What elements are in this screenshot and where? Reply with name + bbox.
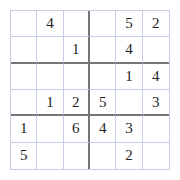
cell-r4c2[interactable]: 1 bbox=[37, 90, 63, 116]
cell-r5c5[interactable]: 3 bbox=[116, 116, 142, 142]
cell-r2c5[interactable]: 4 bbox=[116, 37, 142, 63]
cell-r2c4[interactable] bbox=[90, 37, 116, 63]
cell-r3c6[interactable]: 4 bbox=[143, 64, 169, 90]
sudoku-screenshot: 4 5 2 1 4 1 4 1 2 5 3 1 6 4 3 5 2 bbox=[0, 0, 180, 180]
cell-r4c3[interactable]: 2 bbox=[64, 90, 90, 116]
cell-r6c2[interactable] bbox=[37, 143, 63, 169]
cell-r1c1[interactable] bbox=[11, 11, 37, 37]
cell-r4c1[interactable] bbox=[11, 90, 37, 116]
cell-r2c3[interactable]: 1 bbox=[64, 37, 90, 63]
cell-r6c5[interactable]: 2 bbox=[116, 143, 142, 169]
cell-r5c3[interactable]: 6 bbox=[64, 116, 90, 142]
cell-r6c1[interactable]: 5 bbox=[11, 143, 37, 169]
cell-r4c5[interactable] bbox=[116, 90, 142, 116]
cell-r1c4[interactable] bbox=[90, 11, 116, 37]
cell-r1c6[interactable]: 2 bbox=[143, 11, 169, 37]
cell-r2c1[interactable] bbox=[11, 37, 37, 63]
cell-r3c5[interactable]: 1 bbox=[116, 64, 142, 90]
cell-r5c6[interactable] bbox=[143, 116, 169, 142]
cell-r1c3[interactable] bbox=[64, 11, 90, 37]
cell-r6c3[interactable] bbox=[64, 143, 90, 169]
cell-r6c4[interactable] bbox=[90, 143, 116, 169]
cell-r3c2[interactable] bbox=[37, 64, 63, 90]
cell-r5c4[interactable]: 4 bbox=[90, 116, 116, 142]
cell-r3c3[interactable] bbox=[64, 64, 90, 90]
cell-r4c4[interactable]: 5 bbox=[90, 90, 116, 116]
cell-r1c2[interactable]: 4 bbox=[37, 11, 63, 37]
cell-r1c5[interactable]: 5 bbox=[116, 11, 142, 37]
cell-r3c4[interactable] bbox=[90, 64, 116, 90]
cell-r2c6[interactable] bbox=[143, 37, 169, 63]
cell-r5c1[interactable]: 1 bbox=[11, 116, 37, 142]
cell-r5c2[interactable] bbox=[37, 116, 63, 142]
cell-r2c2[interactable] bbox=[37, 37, 63, 63]
sudoku-board: 4 5 2 1 4 1 4 1 2 5 3 1 6 4 3 5 2 bbox=[10, 10, 170, 170]
cell-r3c1[interactable] bbox=[11, 64, 37, 90]
cell-r6c6[interactable] bbox=[143, 143, 169, 169]
cell-r4c6[interactable]: 3 bbox=[143, 90, 169, 116]
